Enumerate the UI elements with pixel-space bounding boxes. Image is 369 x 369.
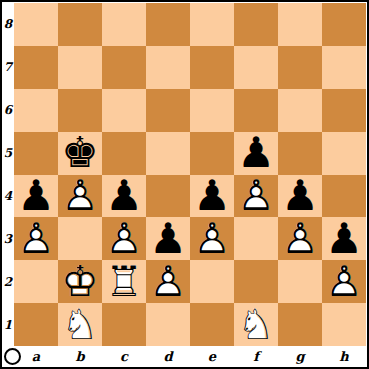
square-b7[interactable] <box>58 46 102 89</box>
square-h3[interactable]: ♟ <box>322 217 366 260</box>
rank-labels: 87654321 <box>2 3 14 346</box>
square-g1[interactable] <box>278 303 322 346</box>
square-h8[interactable] <box>322 3 366 46</box>
square-f6[interactable] <box>234 89 278 132</box>
square-e4[interactable]: ♟ <box>190 175 234 218</box>
square-g2[interactable] <box>278 260 322 303</box>
black-pawn: ♟ <box>190 175 234 218</box>
square-b1[interactable]: ♞♘ <box>58 303 102 346</box>
square-c7[interactable] <box>102 46 146 89</box>
rank-label-8: 8 <box>2 3 14 46</box>
white-pawn: ♟♙ <box>14 217 58 260</box>
black-pawn: ♟ <box>146 217 190 260</box>
square-c3[interactable]: ♟♙ <box>102 217 146 260</box>
square-e6[interactable] <box>190 89 234 132</box>
black-king: ♚ <box>58 132 102 175</box>
white-pawn: ♟♙ <box>322 260 366 303</box>
square-f8[interactable] <box>234 3 278 46</box>
chess-diagram: 87654321 ♚♟♟♟♙♟♟♟♙♟♟♙♟♙♟♟♙♟♙♟♚♔♜♖♟♙♟♙♞♘♞… <box>0 0 369 369</box>
square-c6[interactable] <box>102 89 146 132</box>
white-pawn: ♟♙ <box>102 217 146 260</box>
file-label-e: e <box>190 346 234 367</box>
black-pawn: ♟ <box>14 175 58 218</box>
square-a3[interactable]: ♟♙ <box>14 217 58 260</box>
square-c4[interactable]: ♟ <box>102 175 146 218</box>
square-e1[interactable] <box>190 303 234 346</box>
white-rook: ♜♖ <box>102 260 146 303</box>
rank-label-1: 1 <box>2 303 14 346</box>
square-b8[interactable] <box>58 3 102 46</box>
rank-label-7: 7 <box>2 46 14 89</box>
square-h1[interactable] <box>322 303 366 346</box>
rank-label-3: 3 <box>2 217 14 260</box>
square-f3[interactable] <box>234 217 278 260</box>
square-a4[interactable]: ♟ <box>14 175 58 218</box>
black-pawn: ♟ <box>278 175 322 218</box>
square-h4[interactable] <box>322 175 366 218</box>
square-g7[interactable] <box>278 46 322 89</box>
file-label-g: g <box>278 346 322 367</box>
square-b6[interactable] <box>58 89 102 132</box>
side-to-move-indicator <box>4 348 21 365</box>
rank-label-5: 5 <box>2 132 14 175</box>
square-e2[interactable] <box>190 260 234 303</box>
file-label-h: h <box>322 346 366 367</box>
rank-label-6: 6 <box>2 89 14 132</box>
square-a2[interactable] <box>14 260 58 303</box>
rank-label-4: 4 <box>2 175 14 218</box>
file-label-f: f <box>234 346 278 367</box>
square-e8[interactable] <box>190 3 234 46</box>
white-knight: ♞♘ <box>234 303 278 346</box>
square-a8[interactable] <box>14 3 58 46</box>
square-g6[interactable] <box>278 89 322 132</box>
square-b4[interactable]: ♟♙ <box>58 175 102 218</box>
square-d1[interactable] <box>146 303 190 346</box>
square-f1[interactable]: ♞♘ <box>234 303 278 346</box>
square-f2[interactable] <box>234 260 278 303</box>
white-knight: ♞♘ <box>58 303 102 346</box>
black-pawn: ♟ <box>322 217 366 260</box>
square-g5[interactable] <box>278 132 322 175</box>
square-e3[interactable]: ♟♙ <box>190 217 234 260</box>
square-g3[interactable]: ♟♙ <box>278 217 322 260</box>
square-d5[interactable] <box>146 132 190 175</box>
square-g4[interactable]: ♟ <box>278 175 322 218</box>
square-e5[interactable] <box>190 132 234 175</box>
file-label-d: d <box>146 346 190 367</box>
white-pawn: ♟♙ <box>278 217 322 260</box>
square-c8[interactable] <box>102 3 146 46</box>
square-d8[interactable] <box>146 3 190 46</box>
square-h6[interactable] <box>322 89 366 132</box>
file-label-c: c <box>102 346 146 367</box>
square-e7[interactable] <box>190 46 234 89</box>
black-pawn: ♟ <box>102 175 146 218</box>
square-a1[interactable] <box>14 303 58 346</box>
square-d4[interactable] <box>146 175 190 218</box>
white-pawn: ♟♙ <box>146 260 190 303</box>
square-a5[interactable] <box>14 132 58 175</box>
square-f5[interactable]: ♟ <box>234 132 278 175</box>
file-label-b: b <box>58 346 102 367</box>
square-h5[interactable] <box>322 132 366 175</box>
square-f4[interactable]: ♟♙ <box>234 175 278 218</box>
white-pawn: ♟♙ <box>58 175 102 218</box>
square-d2[interactable]: ♟♙ <box>146 260 190 303</box>
square-b5[interactable]: ♚ <box>58 132 102 175</box>
file-labels: abcdefgh <box>14 346 366 367</box>
square-f7[interactable] <box>234 46 278 89</box>
square-g8[interactable] <box>278 3 322 46</box>
square-h7[interactable] <box>322 46 366 89</box>
square-c5[interactable] <box>102 132 146 175</box>
square-d7[interactable] <box>146 46 190 89</box>
square-c1[interactable] <box>102 303 146 346</box>
black-pawn: ♟ <box>234 132 278 175</box>
square-h2[interactable]: ♟♙ <box>322 260 366 303</box>
square-d3[interactable]: ♟ <box>146 217 190 260</box>
square-d6[interactable] <box>146 89 190 132</box>
square-c2[interactable]: ♜♖ <box>102 260 146 303</box>
white-pawn: ♟♙ <box>190 217 234 260</box>
square-a6[interactable] <box>14 89 58 132</box>
square-b2[interactable]: ♚♔ <box>58 260 102 303</box>
white-king: ♚♔ <box>58 260 102 303</box>
square-a7[interactable] <box>14 46 58 89</box>
chess-board: ♚♟♟♟♙♟♟♟♙♟♟♙♟♙♟♟♙♟♙♟♚♔♜♖♟♙♟♙♞♘♞♘ <box>14 3 366 346</box>
rank-label-2: 2 <box>2 260 14 303</box>
square-b3[interactable] <box>58 217 102 260</box>
white-pawn: ♟♙ <box>234 175 278 218</box>
